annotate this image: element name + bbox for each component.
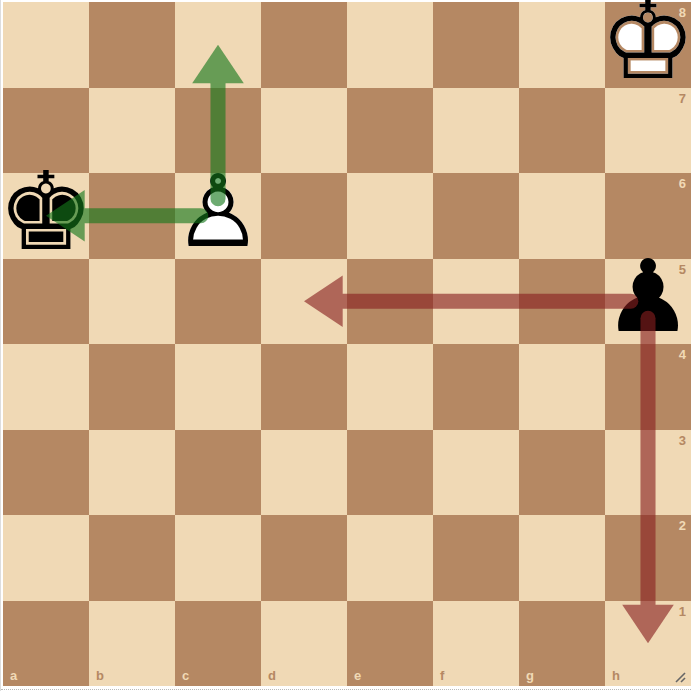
square-c1[interactable]: c bbox=[175, 601, 261, 687]
black-king-glyph: ♚ bbox=[0, 157, 94, 265]
square-g8[interactable] bbox=[519, 2, 605, 88]
square-f3[interactable] bbox=[433, 430, 519, 516]
square-e1[interactable]: e bbox=[347, 601, 433, 687]
square-e4[interactable] bbox=[347, 344, 433, 430]
square-a4[interactable] bbox=[3, 344, 89, 430]
square-e5[interactable] bbox=[347, 259, 433, 345]
square-f6[interactable] bbox=[433, 173, 519, 259]
square-b1[interactable]: b bbox=[89, 601, 175, 687]
file-label-a: a bbox=[10, 669, 17, 682]
file-label-e: e bbox=[354, 669, 361, 682]
black-pawn-h5[interactable]: ♟ bbox=[605, 259, 691, 345]
square-d5[interactable] bbox=[261, 259, 347, 345]
square-a8[interactable] bbox=[3, 2, 89, 88]
square-g7[interactable] bbox=[519, 88, 605, 174]
square-c5[interactable] bbox=[175, 259, 261, 345]
square-b2[interactable] bbox=[89, 515, 175, 601]
square-a2[interactable] bbox=[3, 515, 89, 601]
square-c2[interactable] bbox=[175, 515, 261, 601]
square-b7[interactable] bbox=[89, 88, 175, 174]
board-resize-grip-icon[interactable] bbox=[672, 669, 688, 685]
square-g1[interactable]: g bbox=[519, 601, 605, 687]
square-a3[interactable] bbox=[3, 430, 89, 516]
rank-label-6: 6 bbox=[679, 177, 686, 190]
square-g2[interactable] bbox=[519, 515, 605, 601]
white-king-h8[interactable]: ♚♔ bbox=[605, 2, 691, 88]
file-label-g: g bbox=[526, 669, 534, 682]
square-g3[interactable] bbox=[519, 430, 605, 516]
file-label-d: d bbox=[268, 669, 276, 682]
square-b6[interactable] bbox=[89, 173, 175, 259]
square-e7[interactable] bbox=[347, 88, 433, 174]
square-d8[interactable] bbox=[261, 2, 347, 88]
square-a1[interactable]: a bbox=[3, 601, 89, 687]
square-e6[interactable] bbox=[347, 173, 433, 259]
square-d3[interactable] bbox=[261, 430, 347, 516]
square-c8[interactable] bbox=[175, 2, 261, 88]
square-b8[interactable] bbox=[89, 2, 175, 88]
file-label-f: f bbox=[440, 669, 444, 682]
square-e3[interactable] bbox=[347, 430, 433, 516]
square-h2[interactable]: 2 bbox=[605, 515, 691, 601]
file-label-c: c bbox=[182, 669, 189, 682]
square-d1[interactable]: d bbox=[261, 601, 347, 687]
page: 8765432abcdefgh1 ♚♔♚♟♙♟ bbox=[0, 0, 691, 691]
square-f4[interactable] bbox=[433, 344, 519, 430]
square-f7[interactable] bbox=[433, 88, 519, 174]
square-b4[interactable] bbox=[89, 344, 175, 430]
square-h3[interactable]: 3 bbox=[605, 430, 691, 516]
square-h4[interactable]: 4 bbox=[605, 344, 691, 430]
square-d2[interactable] bbox=[261, 515, 347, 601]
white-king-outline: ♔ bbox=[600, 0, 691, 94]
file-label-b: b bbox=[96, 669, 104, 682]
rank-label-2: 2 bbox=[679, 519, 686, 532]
chess-board[interactable]: 8765432abcdefgh1 bbox=[3, 2, 691, 686]
white-pawn-outline: ♙ bbox=[173, 162, 263, 262]
square-b3[interactable] bbox=[89, 430, 175, 516]
square-f5[interactable] bbox=[433, 259, 519, 345]
square-f2[interactable] bbox=[433, 515, 519, 601]
square-e2[interactable] bbox=[347, 515, 433, 601]
square-f8[interactable] bbox=[433, 2, 519, 88]
square-d7[interactable] bbox=[261, 88, 347, 174]
square-g4[interactable] bbox=[519, 344, 605, 430]
rank-label-3: 3 bbox=[679, 434, 686, 447]
square-b5[interactable] bbox=[89, 259, 175, 345]
square-d4[interactable] bbox=[261, 344, 347, 430]
square-g6[interactable] bbox=[519, 173, 605, 259]
black-pawn-glyph: ♟ bbox=[603, 247, 691, 347]
square-f1[interactable]: f bbox=[433, 601, 519, 687]
square-e8[interactable] bbox=[347, 2, 433, 88]
rank-label-1: 1 bbox=[679, 605, 686, 618]
square-d6[interactable] bbox=[261, 173, 347, 259]
square-c4[interactable] bbox=[175, 344, 261, 430]
square-c3[interactable] bbox=[175, 430, 261, 516]
square-g5[interactable] bbox=[519, 259, 605, 345]
black-king-a6[interactable]: ♚ bbox=[3, 173, 89, 259]
file-label-h: h bbox=[612, 669, 620, 682]
white-pawn-c6[interactable]: ♟♙ bbox=[175, 173, 261, 259]
